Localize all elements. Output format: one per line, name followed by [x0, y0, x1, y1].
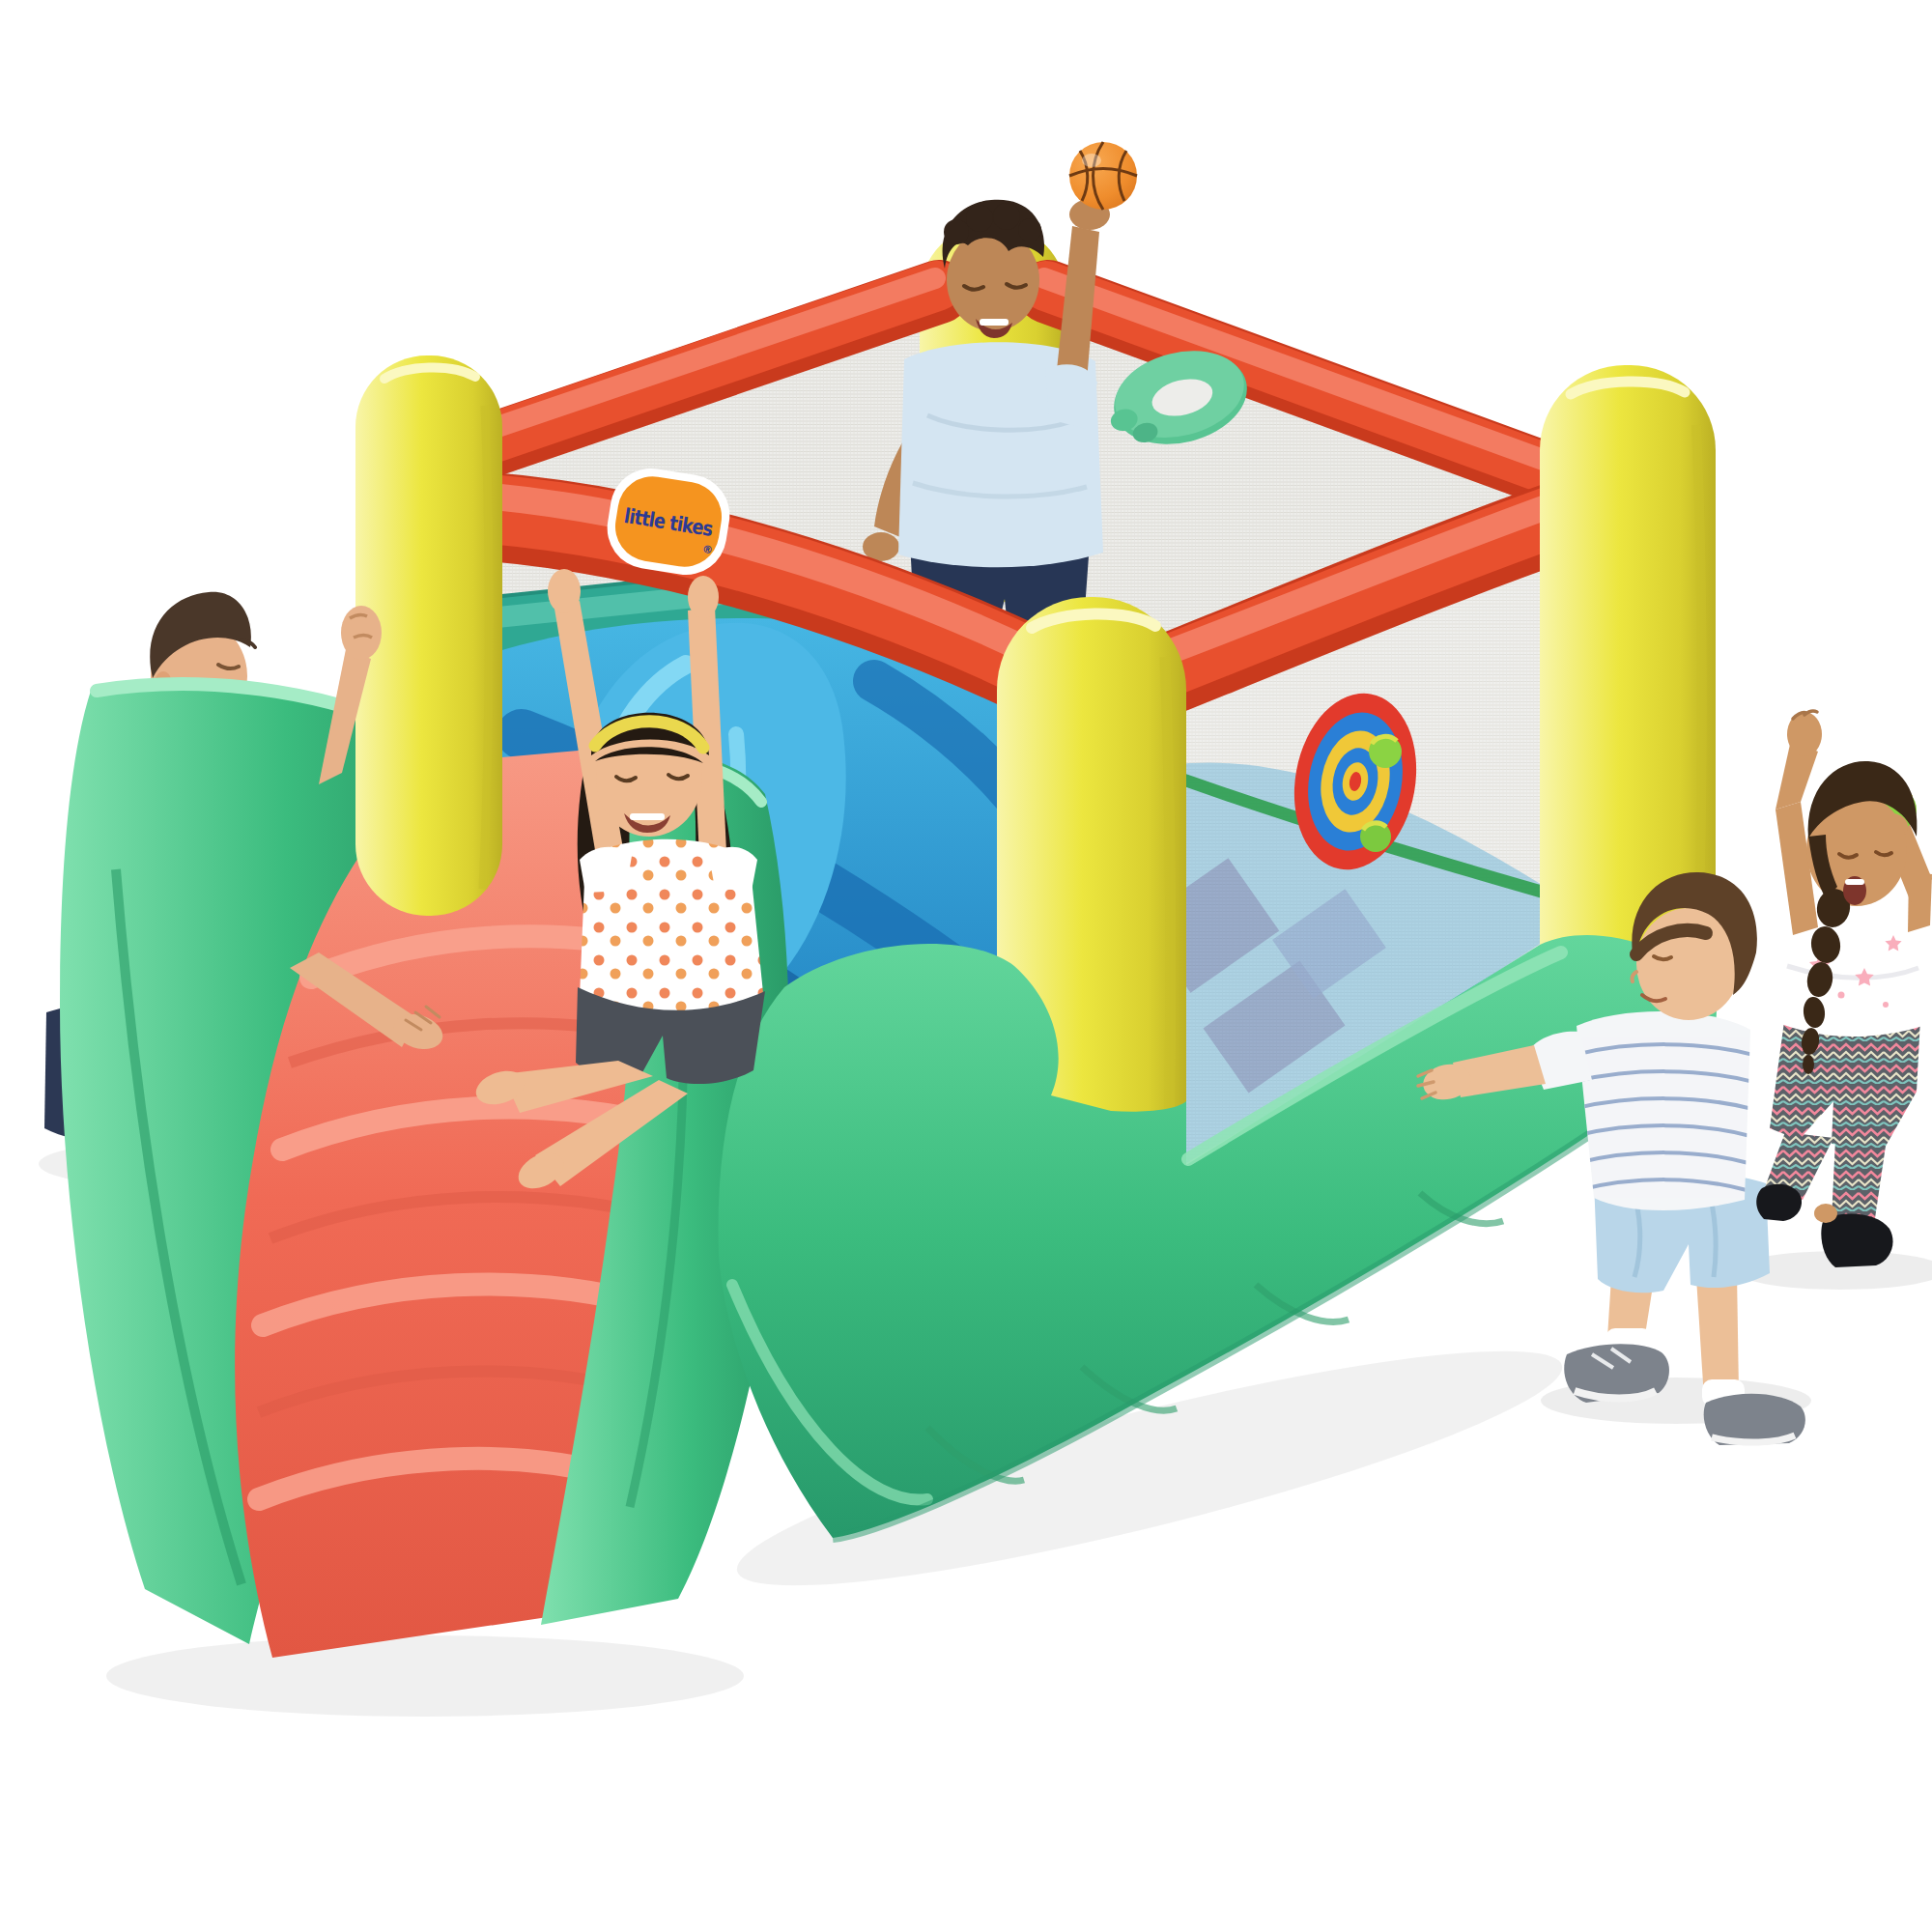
girl-hand	[548, 569, 581, 613]
target-ball	[1369, 735, 1402, 768]
bounce-house-scene: little tikes ®	[0, 0, 1932, 1932]
girl-cheering	[1756, 711, 1932, 1267]
rgirl-flat	[1821, 1214, 1892, 1267]
product-photo: little tikes ®	[0, 0, 1932, 1932]
rgirl-leg-back	[1832, 1140, 1886, 1225]
girl-sleeve	[709, 847, 757, 891]
basketball	[1069, 142, 1137, 210]
registered-mark: ®	[701, 543, 713, 556]
rgirl-flat	[1756, 1184, 1802, 1221]
girl-sleeve	[580, 847, 632, 893]
girl-hand	[688, 576, 719, 618]
target-ball	[1360, 821, 1391, 852]
